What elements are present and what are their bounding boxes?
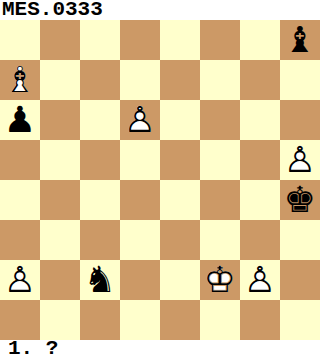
square-a5[interactable]: [0, 140, 40, 180]
piece-glyph: ♝: [280, 20, 320, 60]
square-h7[interactable]: [280, 60, 320, 100]
square-f5[interactable]: [200, 140, 240, 180]
square-g3[interactable]: [240, 220, 280, 260]
square-a1[interactable]: [0, 300, 40, 340]
square-h3[interactable]: [280, 220, 320, 260]
square-e3[interactable]: [160, 220, 200, 260]
square-f6[interactable]: [200, 100, 240, 140]
square-e7[interactable]: [160, 60, 200, 100]
square-c4[interactable]: [80, 180, 120, 220]
square-g4[interactable]: [240, 180, 280, 220]
square-b3[interactable]: [40, 220, 80, 260]
square-f2[interactable]: ♚♔: [200, 260, 240, 300]
square-h4[interactable]: ♚: [280, 180, 320, 220]
square-c3[interactable]: [80, 220, 120, 260]
white-pawn-g2: ♟♙: [240, 260, 280, 300]
square-e1[interactable]: [160, 300, 200, 340]
black-pawn-a6: ♟: [0, 100, 40, 140]
square-f1[interactable]: [200, 300, 240, 340]
chess-board: ♝♝♗♟♟♙♟♙♚♟♙♞♚♔♟♙: [0, 20, 320, 340]
white-pawn-d6: ♟♙: [120, 100, 160, 140]
square-g1[interactable]: [240, 300, 280, 340]
square-c6[interactable]: [80, 100, 120, 140]
square-g5[interactable]: [240, 140, 280, 180]
square-b8[interactable]: [40, 20, 80, 60]
square-d1[interactable]: [120, 300, 160, 340]
square-f8[interactable]: [200, 20, 240, 60]
problem-id-label: MES.0333: [0, 0, 320, 20]
square-b4[interactable]: [40, 180, 80, 220]
square-d4[interactable]: [120, 180, 160, 220]
square-c5[interactable]: [80, 140, 120, 180]
square-d8[interactable]: [120, 20, 160, 60]
square-h5[interactable]: ♟♙: [280, 140, 320, 180]
square-h1[interactable]: [280, 300, 320, 340]
square-d7[interactable]: [120, 60, 160, 100]
square-c7[interactable]: [80, 60, 120, 100]
black-bishop-h8: ♝: [280, 20, 320, 60]
square-e4[interactable]: [160, 180, 200, 220]
square-a7[interactable]: ♝♗: [0, 60, 40, 100]
square-a3[interactable]: [0, 220, 40, 260]
square-a8[interactable]: [0, 20, 40, 60]
square-b5[interactable]: [40, 140, 80, 180]
white-pawn-h5: ♟♙: [280, 140, 320, 180]
piece-glyph: ♚: [280, 180, 320, 220]
black-knight-c2: ♞: [80, 260, 120, 300]
white-bishop-a7: ♝♗: [0, 60, 40, 100]
square-d3[interactable]: [120, 220, 160, 260]
white-king-f2: ♚♔: [200, 260, 240, 300]
square-g8[interactable]: [240, 20, 280, 60]
square-f4[interactable]: [200, 180, 240, 220]
square-b1[interactable]: [40, 300, 80, 340]
square-g7[interactable]: [240, 60, 280, 100]
black-king-h4: ♚: [280, 180, 320, 220]
piece-glyph: ♟: [0, 100, 40, 140]
piece-outline: ♙: [240, 260, 280, 300]
square-b7[interactable]: [40, 60, 80, 100]
square-a4[interactable]: [0, 180, 40, 220]
square-c8[interactable]: [80, 20, 120, 60]
white-pawn-a2: ♟♙: [0, 260, 40, 300]
square-h2[interactable]: [280, 260, 320, 300]
square-e2[interactable]: [160, 260, 200, 300]
piece-outline: ♙: [280, 140, 320, 180]
square-h6[interactable]: [280, 100, 320, 140]
square-a6[interactable]: ♟: [0, 100, 40, 140]
piece-outline: ♙: [120, 100, 160, 140]
move-prompt-label: 1. ?: [0, 340, 320, 360]
piece-glyph: ♞: [80, 260, 120, 300]
piece-outline: ♗: [0, 60, 40, 100]
chess-diagram-window: MES.0333 ♝♝♗♟♟♙♟♙♚♟♙♞♚♔♟♙ 1. ?: [0, 0, 320, 360]
square-f3[interactable]: [200, 220, 240, 260]
square-g6[interactable]: [240, 100, 280, 140]
square-d6[interactable]: ♟♙: [120, 100, 160, 140]
square-e8[interactable]: [160, 20, 200, 60]
square-b2[interactable]: [40, 260, 80, 300]
square-a2[interactable]: ♟♙: [0, 260, 40, 300]
square-c1[interactable]: [80, 300, 120, 340]
square-h8[interactable]: ♝: [280, 20, 320, 60]
square-f7[interactable]: [200, 60, 240, 100]
piece-outline: ♔: [200, 260, 240, 300]
square-e5[interactable]: [160, 140, 200, 180]
square-b6[interactable]: [40, 100, 80, 140]
square-e6[interactable]: [160, 100, 200, 140]
square-c2[interactable]: ♞: [80, 260, 120, 300]
square-d5[interactable]: [120, 140, 160, 180]
piece-outline: ♙: [0, 260, 40, 300]
square-g2[interactable]: ♟♙: [240, 260, 280, 300]
square-d2[interactable]: [120, 260, 160, 300]
